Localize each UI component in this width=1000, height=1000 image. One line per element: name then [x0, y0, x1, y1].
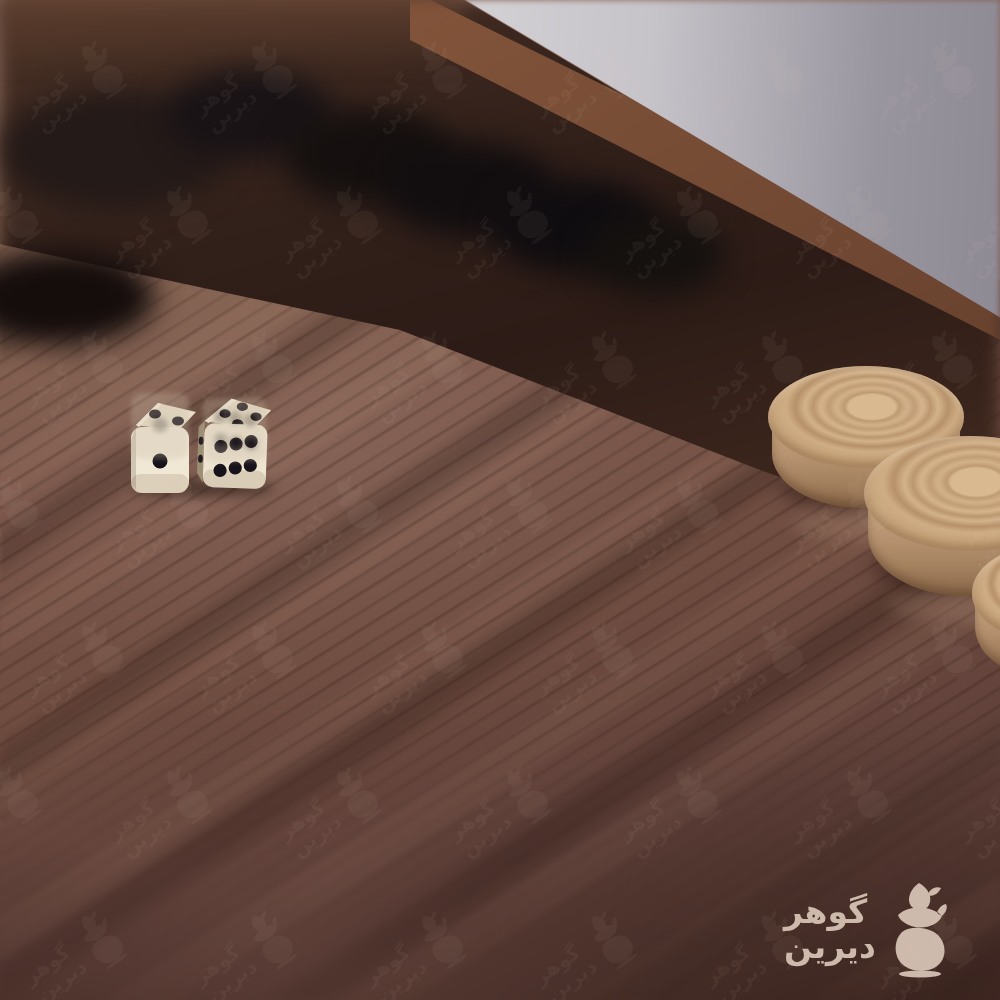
- backgammon-photo: گوهر دیرین گوهر دیرین گوهر دیرین: [0, 0, 1000, 1000]
- dice-reflection: [124, 392, 284, 492]
- dark-checker-blurred: [0, 250, 155, 345]
- dark-checker-blurred: [585, 215, 725, 295]
- foreground-defocus: [0, 700, 1000, 1000]
- light-checker-3: [972, 546, 1000, 676]
